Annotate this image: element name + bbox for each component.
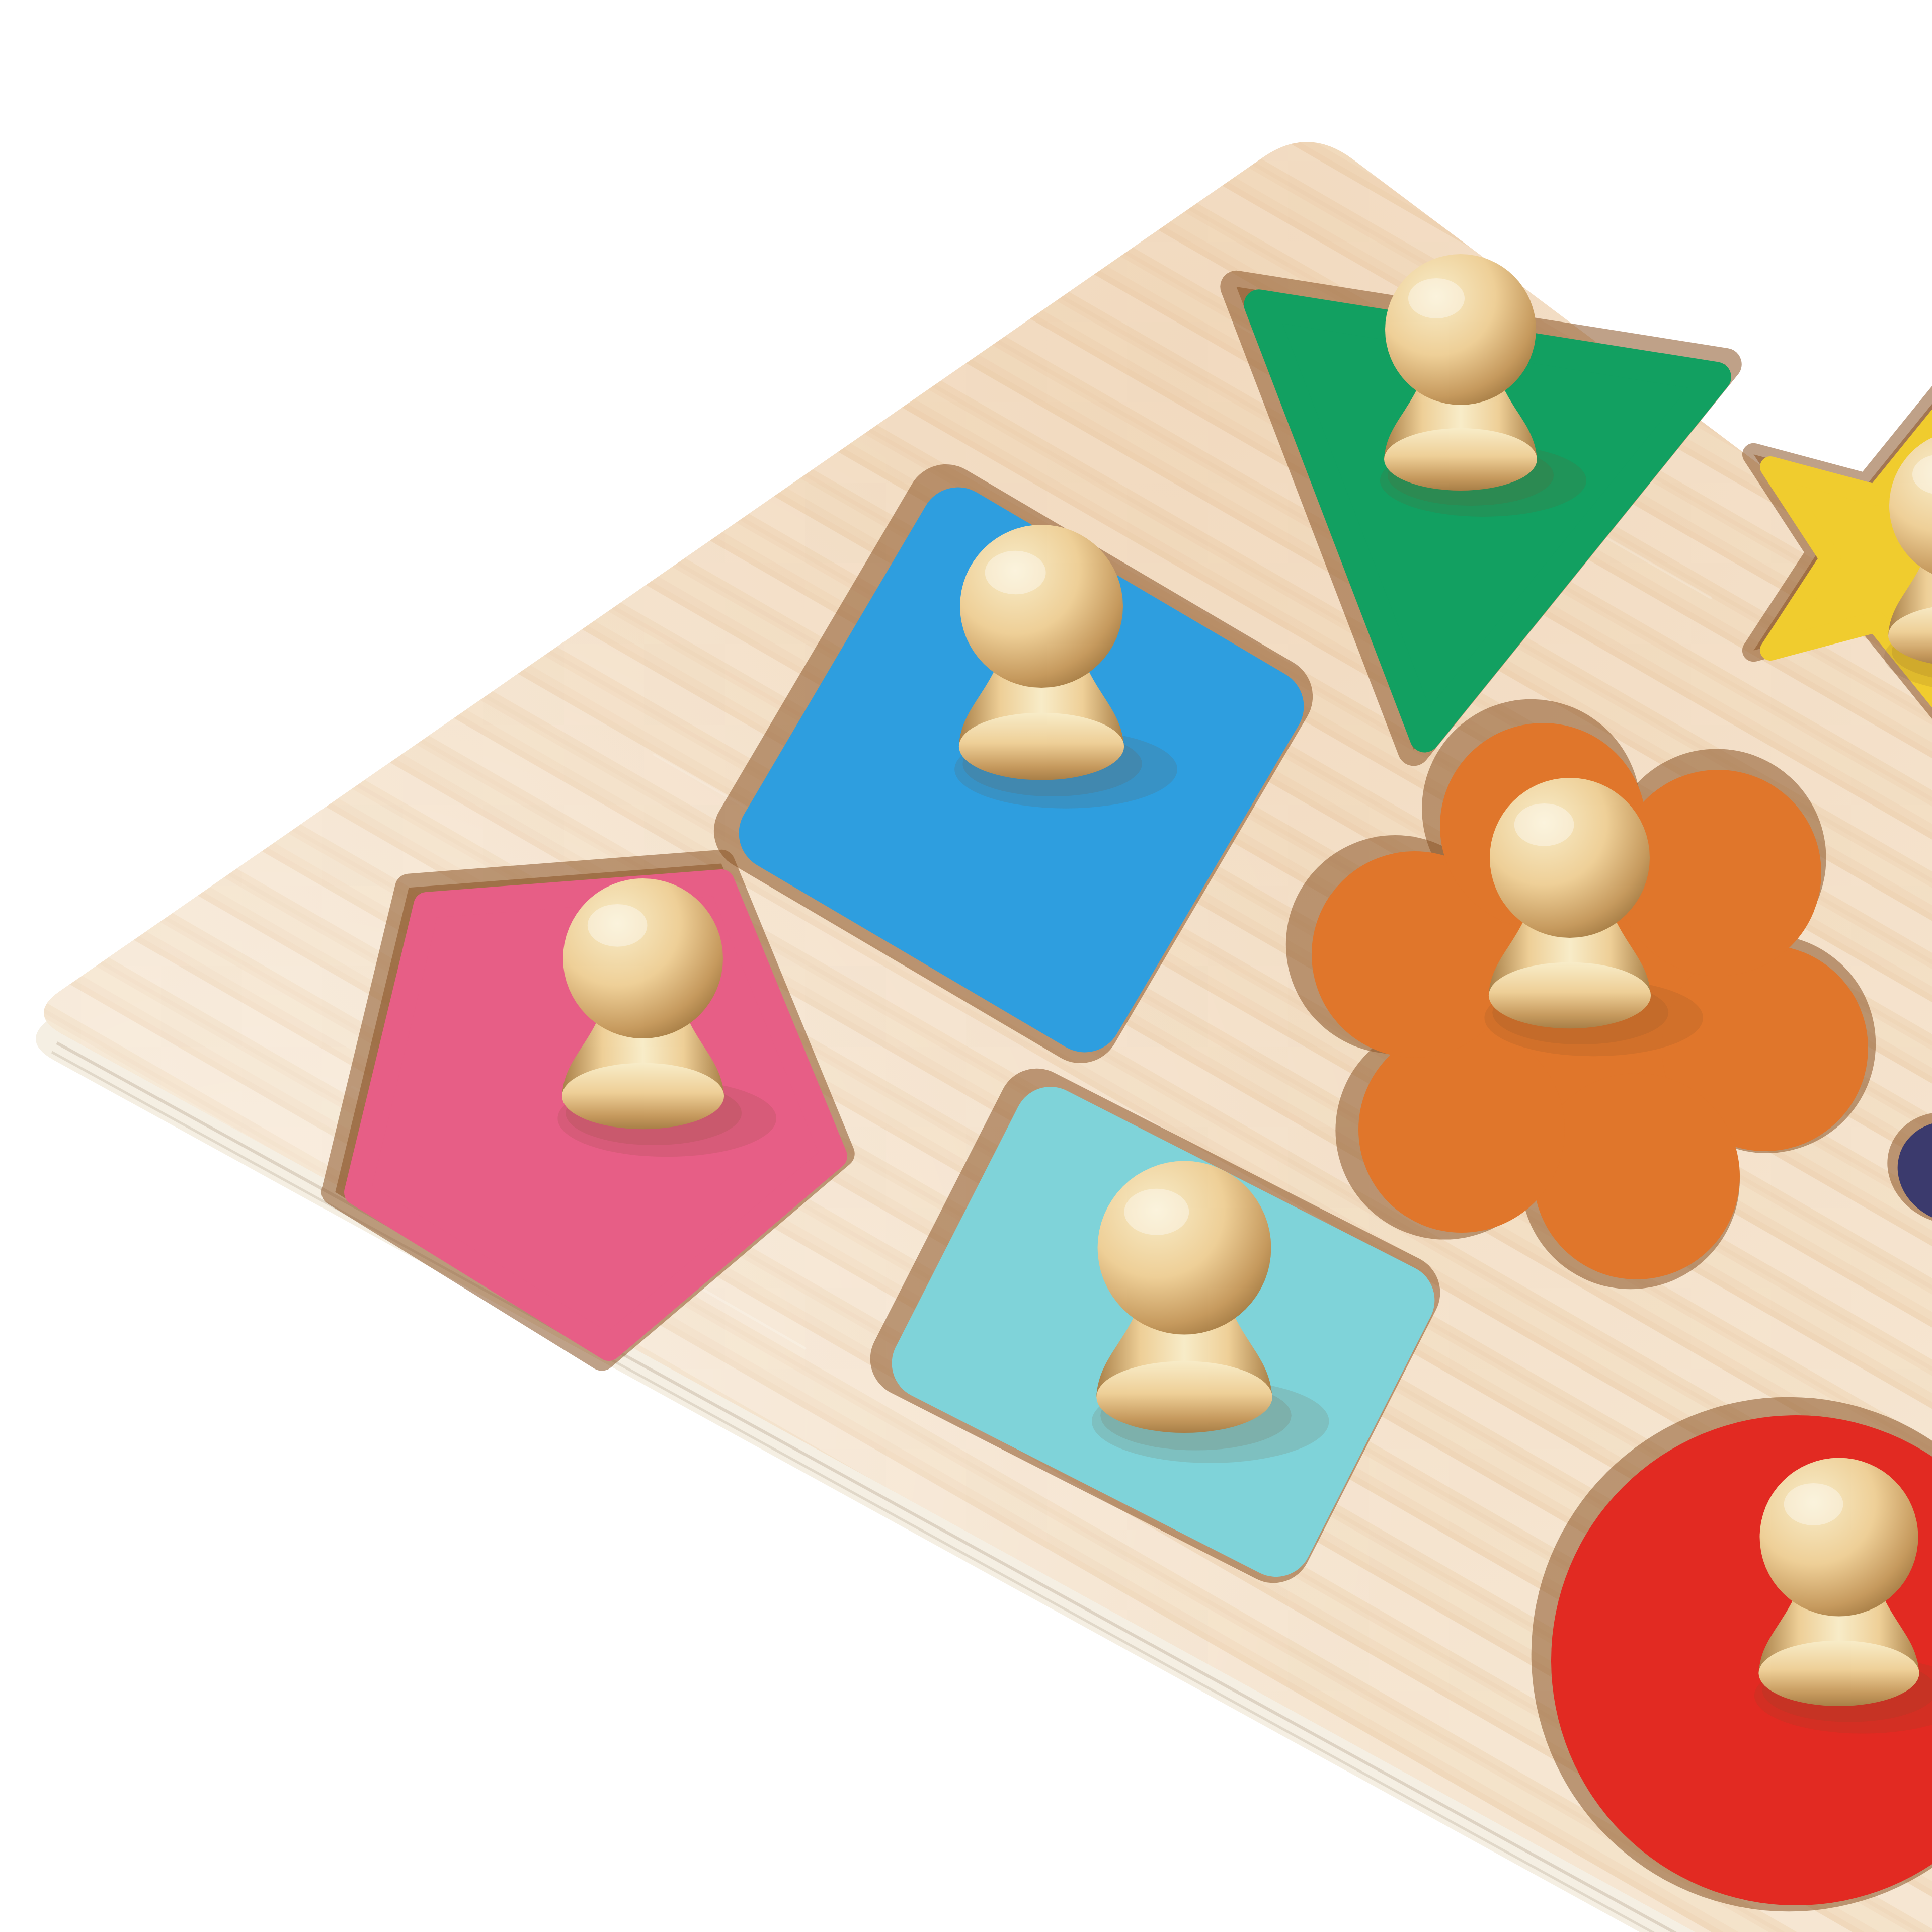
puzzle-board-svg [0, 0, 1932, 1932]
photo-scene [0, 0, 1932, 1932]
